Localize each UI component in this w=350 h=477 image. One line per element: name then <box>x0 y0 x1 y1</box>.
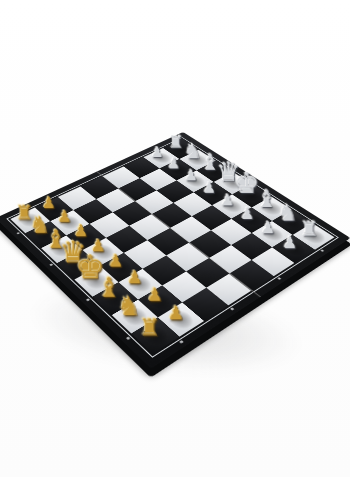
square-f5 <box>189 230 231 257</box>
